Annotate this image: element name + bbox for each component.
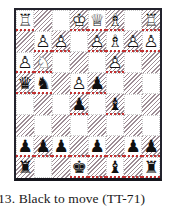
square-b6: [124, 115, 142, 136]
square-e7: [70, 136, 88, 157]
square-d4: ♟: [88, 73, 106, 94]
square-a3: [142, 52, 160, 73]
square-g5: [34, 94, 52, 115]
square-e6: [70, 115, 88, 136]
square-f8: [52, 157, 70, 178]
square-h3: ♟♙: [16, 52, 34, 73]
square-f1: [52, 10, 70, 31]
square-b7: ♟: [124, 136, 142, 157]
square-c7: [106, 136, 124, 157]
square-g2: ♟♙: [34, 31, 52, 52]
square-b2: ♟♙: [124, 31, 142, 52]
square-b5: [124, 94, 142, 115]
square-f5: [52, 94, 70, 115]
square-c4: [106, 73, 124, 94]
piece-fill-wP: ♟: [16, 52, 34, 73]
square-d8: [88, 157, 106, 178]
square-d2: ♟♙: [88, 31, 106, 52]
piece-fill-wK: ♚: [70, 10, 88, 31]
piece-fill-wP: ♟: [70, 73, 88, 94]
square-c1: ♝♗: [106, 10, 124, 31]
square-a5: [142, 94, 160, 115]
square-b3: [124, 52, 142, 73]
square-g4: ♞: [34, 73, 52, 94]
piece-bQ: ♛: [16, 73, 34, 94]
piece-bR: ♜: [16, 157, 34, 178]
square-f4: [52, 73, 70, 94]
square-e1: ♚♔: [70, 10, 88, 31]
square-d1: ♛♕: [88, 10, 106, 31]
piece-wP: ♙: [52, 31, 70, 52]
square-f6: [52, 115, 70, 136]
square-d7: ♟: [88, 136, 106, 157]
square-e2: [70, 31, 88, 52]
square-h4: ♛: [16, 73, 34, 94]
piece-bP: ♟: [124, 136, 142, 157]
piece-fill-wP: ♟: [52, 31, 70, 52]
piece-wR: ♖: [142, 10, 160, 31]
square-b8: [124, 157, 142, 178]
piece-bP: ♟: [88, 73, 106, 94]
piece-bP: ♟: [88, 136, 106, 157]
square-e8: ♚: [70, 157, 88, 178]
piece-wP: ♙: [142, 31, 160, 52]
piece-fill-wP: ♟: [124, 31, 142, 52]
square-g6: [34, 115, 52, 136]
square-g1: [34, 10, 52, 31]
piece-wK: ♔: [70, 10, 88, 31]
piece-bR: ♜: [142, 157, 160, 178]
square-h5: [16, 94, 34, 115]
square-a4: [142, 73, 160, 94]
square-e4: ♟♙: [70, 73, 88, 94]
piece-fill-wR: ♜: [16, 10, 34, 31]
piece-wB: ♗: [106, 10, 124, 31]
square-a7: ♟: [142, 136, 160, 157]
piece-fill-wN: ♞: [34, 52, 52, 73]
piece-bP: ♟: [70, 94, 88, 115]
piece-bB: ♝: [106, 157, 124, 178]
piece-wP: ♙: [70, 73, 88, 94]
square-a6: [142, 115, 160, 136]
square-g8: [34, 157, 52, 178]
square-b1: [124, 10, 142, 31]
square-c2: ♝♗: [106, 31, 124, 52]
square-h6: [16, 115, 34, 136]
piece-wP: ♙: [34, 31, 52, 52]
piece-wQ: ♕: [88, 10, 106, 31]
square-f7: ♟: [52, 136, 70, 157]
square-a8: ♜: [142, 157, 160, 178]
square-d6: [88, 115, 106, 136]
piece-wP: ♙: [88, 31, 106, 52]
square-a1: ♜♖: [142, 10, 160, 31]
piece-bP: ♟: [34, 136, 52, 157]
square-d3: [88, 52, 106, 73]
piece-wP: ♙: [106, 52, 124, 73]
square-h8: ♜: [16, 157, 34, 178]
piece-wP: ♙: [16, 52, 34, 73]
square-d5: [88, 94, 106, 115]
piece-fill-wP: ♟: [88, 31, 106, 52]
piece-fill-wP: ♟: [106, 52, 124, 73]
piece-bN: ♞: [34, 73, 52, 94]
chess-board: ♜♖♚♔♛♕♝♗♜♖♟♙♟♙♟♙♝♗♟♙♟♙♟♙♞♘♟♙♛♞♟♙♟♟♝♟♟♟♟♟…: [14, 8, 162, 181]
piece-wB: ♗: [106, 31, 124, 52]
square-c3: ♟♙: [106, 52, 124, 73]
square-h7: ♟: [16, 136, 34, 157]
square-f2: ♟♙: [52, 31, 70, 52]
piece-fill-wP: ♟: [142, 31, 160, 52]
square-h1: ♜♖: [16, 10, 34, 31]
square-e3: [70, 52, 88, 73]
piece-wP: ♙: [124, 31, 142, 52]
square-c6: [106, 115, 124, 136]
square-c5: ♝: [106, 94, 124, 115]
piece-bK: ♚: [70, 157, 88, 178]
square-g7: ♟: [34, 136, 52, 157]
piece-bP: ♟: [52, 136, 70, 157]
piece-wN: ♘: [34, 52, 52, 73]
piece-bP: ♟: [16, 136, 34, 157]
diagram-caption: 13. Black to move (TT-71): [0, 191, 145, 207]
piece-bP: ♟: [142, 136, 160, 157]
piece-fill-wQ: ♛: [88, 10, 106, 31]
square-g3: ♞♘: [34, 52, 52, 73]
square-e5: ♟: [70, 94, 88, 115]
piece-fill-wB: ♝: [106, 10, 124, 31]
piece-wR: ♖: [16, 10, 34, 31]
piece-bB: ♝: [106, 94, 124, 115]
piece-fill-wR: ♜: [142, 10, 160, 31]
square-c8: ♝: [106, 157, 124, 178]
square-h2: [16, 31, 34, 52]
piece-fill-wB: ♝: [106, 31, 124, 52]
square-b4: [124, 73, 142, 94]
square-f3: [52, 52, 70, 73]
square-a2: ♟♙: [142, 31, 160, 52]
piece-fill-wP: ♟: [34, 31, 52, 52]
